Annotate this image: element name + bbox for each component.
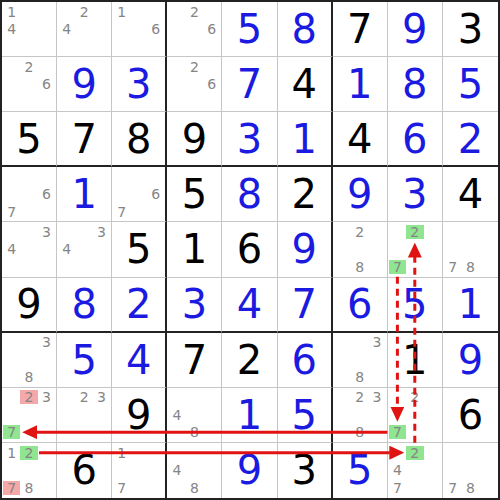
candidate-2[interactable]: 2	[406, 446, 423, 460]
candidate-4[interactable]: 4	[58, 22, 75, 36]
candidate-2[interactable]: 2	[406, 225, 423, 239]
solved-digit: 2	[458, 119, 483, 159]
cell-r1c5[interactable]: 5	[222, 2, 277, 57]
candidate-2[interactable]: 2	[20, 60, 37, 74]
solved-digit: 5	[458, 64, 483, 104]
solved-digit: 1	[237, 395, 262, 435]
candidate-3[interactable]: 3	[368, 390, 385, 404]
given-digit: 4	[291, 64, 316, 104]
cell-r6c5[interactable]: 4	[222, 278, 277, 333]
candidate-6[interactable]: 6	[38, 187, 55, 201]
solved-digit: 5	[402, 284, 427, 324]
solved-digit: 9	[347, 174, 372, 214]
given-digit: 6	[458, 395, 483, 435]
candidate-3[interactable]: 3	[93, 390, 110, 404]
cell-r4c1[interactable]: 67	[2, 167, 57, 222]
solved-digit: 4	[126, 340, 151, 380]
cell-r2c7[interactable]: 1	[333, 57, 388, 112]
candidate-2[interactable]: 2	[406, 390, 423, 404]
given-digit: 5	[182, 174, 207, 214]
cell-r8c8[interactable]: 27	[388, 388, 443, 443]
candidate-4[interactable]: 4	[3, 22, 20, 36]
given-digit: 9	[16, 284, 41, 324]
candidate-2[interactable]: 2	[186, 5, 203, 19]
candidate-2[interactable]: 2	[20, 446, 37, 460]
given-digit: 2	[237, 340, 262, 380]
candidate-2[interactable]: 2	[351, 225, 368, 239]
cell-r2c2[interactable]: 9	[57, 57, 112, 112]
solved-digit: 3	[237, 119, 262, 159]
candidate-7[interactable]: 7	[113, 481, 130, 495]
cell-r5c3[interactable]: 5	[112, 222, 167, 277]
cell-r6c8[interactable]: 5	[388, 278, 443, 333]
given-digit: 5	[126, 229, 151, 269]
solved-digit: 5	[237, 9, 262, 49]
cell-r8c2[interactable]: 23	[57, 388, 112, 443]
cell-r9c7[interactable]: 5	[333, 443, 388, 498]
candidate-4[interactable]: 4	[168, 408, 185, 422]
given-digit: 5	[16, 119, 41, 159]
solved-digit: 8	[402, 64, 427, 104]
solved-digit: 6	[402, 119, 427, 159]
solved-digit: 9	[237, 450, 262, 490]
cell-r8c6[interactable]: 5	[278, 388, 333, 443]
cell-r5c8[interactable]: 27	[388, 222, 443, 277]
candidate-8[interactable]: 8	[186, 425, 203, 439]
solved-digit: 6	[347, 284, 372, 324]
solved-digit: 8	[291, 9, 316, 49]
given-digit: 8	[126, 119, 151, 159]
cell-r9c5[interactable]: 9	[222, 443, 277, 498]
sudoku-board: 1424162658793269326741855789314626716758…	[0, 0, 500, 500]
cell-r7c3[interactable]: 4	[112, 333, 167, 388]
cell-r2c1[interactable]: 26	[2, 57, 57, 112]
cell-r4c9[interactable]: 4	[443, 167, 498, 222]
candidate-4[interactable]: 4	[389, 463, 406, 477]
cell-r5c6[interactable]: 9	[278, 222, 333, 277]
cell-r7c9[interactable]: 9	[443, 333, 498, 388]
cell-r3c2[interactable]: 7	[57, 112, 112, 167]
cell-r4c3[interactable]: 67	[112, 167, 167, 222]
solved-digit: 1	[71, 174, 96, 214]
solved-digit: 4	[237, 284, 262, 324]
solved-digit: 7	[291, 284, 316, 324]
cell-r1c7[interactable]: 7	[333, 2, 388, 57]
cell-r3c6[interactable]: 1	[278, 112, 333, 167]
given-digit: 3	[291, 450, 316, 490]
solved-digit: 9	[291, 229, 316, 269]
candidate-8[interactable]: 8	[351, 370, 368, 384]
cell-r6c3[interactable]: 2	[112, 278, 167, 333]
candidate-2[interactable]: 2	[186, 60, 203, 74]
candidate-7[interactable]: 7	[3, 205, 20, 219]
candidate-3[interactable]: 3	[38, 225, 55, 239]
cell-r6c4[interactable]: 3	[167, 278, 222, 333]
cell-r5c4[interactable]: 1	[167, 222, 222, 277]
solved-digit: 1	[458, 284, 483, 324]
cell-r7c7[interactable]: 38	[333, 333, 388, 388]
cell-r8c3[interactable]: 9	[112, 388, 167, 443]
candidate-8[interactable]: 8	[462, 481, 480, 495]
cell-r6c9[interactable]: 1	[443, 278, 498, 333]
cell-r3c8[interactable]: 6	[388, 112, 443, 167]
cell-r7c2[interactable]: 5	[57, 333, 112, 388]
cell-r5c7[interactable]: 28	[333, 222, 388, 277]
cell-r2c5[interactable]: 7	[222, 57, 277, 112]
cell-r9c6[interactable]: 3	[278, 443, 333, 498]
solved-digit: 8	[237, 174, 262, 214]
candidate-4[interactable]: 4	[3, 242, 20, 256]
candidate-4[interactable]: 4	[58, 242, 75, 256]
candidate-7[interactable]: 7	[389, 260, 406, 274]
cell-r5c2[interactable]: 34	[57, 222, 112, 277]
cell-r7c8[interactable]: 1	[388, 333, 443, 388]
cell-r5c1[interactable]: 34	[2, 222, 57, 277]
candidate-6[interactable]: 6	[147, 187, 164, 201]
candidate-8[interactable]: 8	[20, 481, 37, 495]
cell-r4c2[interactable]: 1	[57, 167, 112, 222]
solved-digit: 5	[71, 340, 96, 380]
cell-r8c5[interactable]: 1	[222, 388, 277, 443]
solved-digit: 3	[402, 174, 427, 214]
cell-r9c8[interactable]: 247	[388, 443, 443, 498]
given-digit: 7	[71, 119, 96, 159]
candidate-1[interactable]: 1	[3, 446, 20, 460]
cell-r1c2[interactable]: 24	[57, 2, 112, 57]
solved-digit: 5	[347, 450, 372, 490]
candidate-7[interactable]: 7	[113, 205, 130, 219]
cell-r3c3[interactable]: 8	[112, 112, 167, 167]
given-digit: 6	[237, 229, 262, 269]
candidate-2[interactable]: 2	[75, 5, 92, 19]
solved-digit: 6	[291, 340, 316, 380]
cell-r7c1[interactable]: 38	[2, 333, 57, 388]
cell-r5c9[interactable]: 78	[443, 222, 498, 277]
cell-r3c1[interactable]: 5	[2, 112, 57, 167]
cell-r6c1[interactable]: 9	[2, 278, 57, 333]
given-digit: 4	[347, 119, 372, 159]
cell-r6c7[interactable]: 6	[333, 278, 388, 333]
cell-r9c4[interactable]: 48	[167, 443, 222, 498]
candidate-8[interactable]: 8	[351, 425, 368, 439]
candidate-3[interactable]: 3	[38, 390, 55, 404]
cell-r7c6[interactable]: 6	[278, 333, 333, 388]
candidate-2[interactable]: 2	[75, 390, 92, 404]
candidate-6[interactable]: 6	[38, 77, 55, 91]
candidate-7[interactable]: 7	[3, 425, 20, 439]
cell-r1c1[interactable]: 14	[2, 2, 57, 57]
candidate-7[interactable]: 7	[3, 481, 20, 495]
candidate-2[interactable]: 2	[351, 390, 368, 404]
cell-r9c2[interactable]: 6	[57, 443, 112, 498]
given-digit: 7	[182, 340, 207, 380]
given-digit: 1	[182, 229, 207, 269]
solved-digit: 7	[237, 64, 262, 104]
solved-digit: 3	[182, 284, 207, 324]
cell-r2c3[interactable]: 3	[112, 57, 167, 112]
candidate-2[interactable]: 2	[20, 390, 37, 404]
cell-r9c9[interactable]: 78	[443, 443, 498, 498]
cell-r2c4[interactable]: 26	[167, 57, 222, 112]
candidate-1[interactable]: 1	[3, 5, 20, 19]
candidate-7[interactable]: 7	[444, 260, 462, 274]
cell-r3c9[interactable]: 2	[443, 112, 498, 167]
given-digit: 2	[291, 174, 316, 214]
candidate-8[interactable]: 8	[20, 370, 37, 384]
cell-r5c5[interactable]: 6	[222, 222, 277, 277]
given-digit: 6	[71, 450, 96, 490]
cell-r6c2[interactable]: 8	[57, 278, 112, 333]
cell-r2c9[interactable]: 5	[443, 57, 498, 112]
solved-digit: 9	[71, 64, 96, 104]
candidate-7[interactable]: 7	[389, 425, 406, 439]
solved-digit: 1	[291, 119, 316, 159]
cell-r4c4[interactable]: 5	[167, 167, 222, 222]
solved-digit: 9	[402, 9, 427, 49]
given-digit: 9	[182, 119, 207, 159]
cell-r3c5[interactable]: 3	[222, 112, 277, 167]
cell-r1c8[interactable]: 9	[388, 2, 443, 57]
cell-r1c9[interactable]: 3	[443, 2, 498, 57]
cell-r4c6[interactable]: 2	[278, 167, 333, 222]
cell-r9c3[interactable]: 17	[112, 443, 167, 498]
cell-r2c6[interactable]: 4	[278, 57, 333, 112]
cell-r8c1[interactable]: 237	[2, 388, 57, 443]
candidate-1[interactable]: 1	[113, 5, 130, 19]
solved-digit: 8	[71, 284, 96, 324]
cell-r7c5[interactable]: 2	[222, 333, 277, 388]
given-digit: 4	[458, 174, 483, 214]
candidate-6[interactable]: 6	[147, 22, 164, 36]
cell-r6c6[interactable]: 7	[278, 278, 333, 333]
candidate-7[interactable]: 7	[444, 481, 462, 495]
cell-r2c8[interactable]: 8	[388, 57, 443, 112]
cell-r4c7[interactable]: 9	[333, 167, 388, 222]
candidate-3[interactable]: 3	[368, 335, 385, 349]
solved-digit: 5	[291, 395, 316, 435]
solved-digit: 3	[126, 64, 151, 104]
cell-r8c4[interactable]: 48	[167, 388, 222, 443]
candidate-7[interactable]: 7	[389, 481, 406, 495]
cell-r1c4[interactable]: 26	[167, 2, 222, 57]
given-digit: 7	[347, 9, 372, 49]
candidate-8[interactable]: 8	[186, 481, 203, 495]
candidate-8[interactable]: 8	[351, 260, 368, 274]
cell-r3c7[interactable]: 4	[333, 112, 388, 167]
cell-r4c8[interactable]: 3	[388, 167, 443, 222]
candidate-8[interactable]: 8	[462, 260, 480, 274]
cell-r3c4[interactable]: 9	[167, 112, 222, 167]
cell-r1c6[interactable]: 8	[278, 2, 333, 57]
candidate-6[interactable]: 6	[203, 77, 220, 91]
solved-digit: 2	[126, 284, 151, 324]
given-digit: 9	[126, 395, 151, 435]
candidate-3[interactable]: 3	[93, 225, 110, 239]
candidate-3[interactable]: 3	[38, 335, 55, 349]
solved-digit: 1	[347, 64, 372, 104]
candidate-4[interactable]: 4	[168, 463, 185, 477]
given-digit: 3	[458, 9, 483, 49]
solved-digit: 9	[458, 340, 483, 380]
cell-r8c7[interactable]: 238	[333, 388, 388, 443]
given-digit: 1	[402, 340, 427, 380]
candidate-1[interactable]: 1	[113, 446, 130, 460]
cell-r1c3[interactable]: 16	[112, 2, 167, 57]
candidate-6[interactable]: 6	[203, 22, 220, 36]
cell-r7c4[interactable]: 7	[167, 333, 222, 388]
cell-r4c5[interactable]: 8	[222, 167, 277, 222]
cell-r8c9[interactable]: 6	[443, 388, 498, 443]
cell-r9c1[interactable]: 1278	[2, 443, 57, 498]
sudoku-board-wrap: 1424162658793269326741855789314626716758…	[0, 0, 500, 500]
